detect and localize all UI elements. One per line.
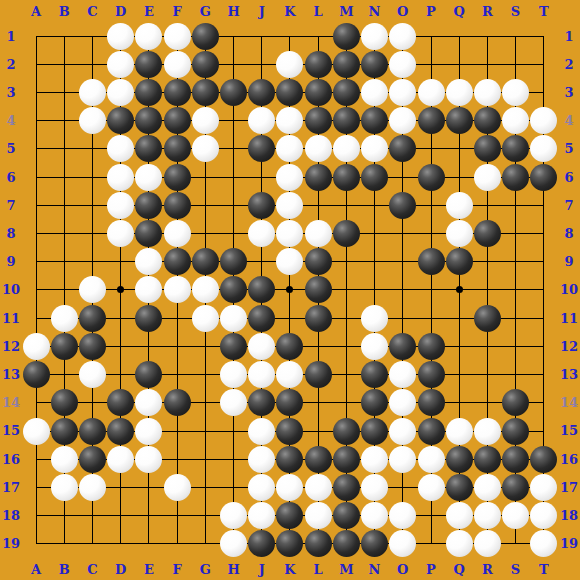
intersection-T14[interactable] [530, 389, 558, 417]
intersection-A18[interactable] [22, 502, 50, 530]
intersection-E17[interactable] [135, 473, 163, 501]
intersection-N15[interactable] [361, 417, 389, 445]
intersection-B13[interactable] [50, 361, 78, 389]
intersection-S18[interactable] [502, 502, 530, 530]
intersection-P13[interactable] [417, 361, 445, 389]
intersection-N6[interactable] [361, 163, 389, 191]
intersection-B14[interactable] [50, 389, 78, 417]
intersection-T8[interactable] [530, 219, 558, 247]
intersection-M11[interactable] [332, 304, 360, 332]
intersection-M16[interactable] [332, 445, 360, 473]
intersection-J3[interactable] [248, 78, 276, 106]
intersection-K8[interactable] [276, 219, 304, 247]
intersection-R17[interactable] [473, 473, 501, 501]
intersection-T9[interactable] [530, 248, 558, 276]
intersection-R8[interactable] [473, 219, 501, 247]
intersection-R11[interactable] [473, 304, 501, 332]
intersection-S6[interactable] [502, 163, 530, 191]
intersection-E5[interactable] [135, 135, 163, 163]
intersection-T5[interactable] [530, 135, 558, 163]
intersection-B6[interactable] [50, 163, 78, 191]
intersection-S8[interactable] [502, 219, 530, 247]
intersection-M12[interactable] [332, 332, 360, 360]
intersection-D18[interactable] [107, 502, 135, 530]
intersection-E10[interactable] [135, 276, 163, 304]
intersection-P2[interactable] [417, 50, 445, 78]
intersection-L12[interactable] [304, 332, 332, 360]
intersection-H5[interactable] [219, 135, 247, 163]
intersection-P17[interactable] [417, 473, 445, 501]
intersection-E16[interactable] [135, 445, 163, 473]
intersection-H14[interactable] [219, 389, 247, 417]
intersection-J19[interactable] [248, 530, 276, 558]
intersection-M2[interactable] [332, 50, 360, 78]
intersection-D13[interactable] [107, 361, 135, 389]
intersection-O13[interactable] [389, 361, 417, 389]
intersection-E11[interactable] [135, 304, 163, 332]
intersection-H2[interactable] [219, 50, 247, 78]
intersection-R6[interactable] [473, 163, 501, 191]
intersection-F6[interactable] [163, 163, 191, 191]
intersection-S4[interactable] [502, 107, 530, 135]
intersection-R16[interactable] [473, 445, 501, 473]
intersection-G4[interactable] [191, 107, 219, 135]
intersection-A8[interactable] [22, 219, 50, 247]
intersection-K14[interactable] [276, 389, 304, 417]
intersection-M6[interactable] [332, 163, 360, 191]
intersection-Q11[interactable] [445, 304, 473, 332]
intersection-B15[interactable] [50, 417, 78, 445]
intersection-B1[interactable] [50, 22, 78, 50]
intersection-H19[interactable] [219, 530, 247, 558]
intersection-R5[interactable] [473, 135, 501, 163]
intersection-D5[interactable] [107, 135, 135, 163]
intersection-G14[interactable] [191, 389, 219, 417]
intersection-S10[interactable] [502, 276, 530, 304]
intersection-O2[interactable] [389, 50, 417, 78]
intersection-H18[interactable] [219, 502, 247, 530]
intersection-L8[interactable] [304, 219, 332, 247]
intersection-C7[interactable] [78, 191, 106, 219]
intersection-D10[interactable] [107, 276, 135, 304]
intersection-D11[interactable] [107, 304, 135, 332]
intersection-C10[interactable] [78, 276, 106, 304]
intersection-C3[interactable] [78, 78, 106, 106]
intersection-G19[interactable] [191, 530, 219, 558]
intersection-S11[interactable] [502, 304, 530, 332]
intersection-F5[interactable] [163, 135, 191, 163]
intersection-R2[interactable] [473, 50, 501, 78]
intersection-D12[interactable] [107, 332, 135, 360]
intersection-M4[interactable] [332, 107, 360, 135]
intersection-B17[interactable] [50, 473, 78, 501]
intersection-T19[interactable] [530, 530, 558, 558]
intersection-G12[interactable] [191, 332, 219, 360]
intersection-R4[interactable] [473, 107, 501, 135]
intersection-Q19[interactable] [445, 530, 473, 558]
intersection-N19[interactable] [361, 530, 389, 558]
intersection-P10[interactable] [417, 276, 445, 304]
intersection-S15[interactable] [502, 417, 530, 445]
intersection-Q17[interactable] [445, 473, 473, 501]
intersection-K15[interactable] [276, 417, 304, 445]
intersection-E1[interactable] [135, 22, 163, 50]
intersection-L19[interactable] [304, 530, 332, 558]
intersection-B11[interactable] [50, 304, 78, 332]
intersection-B5[interactable] [50, 135, 78, 163]
intersection-O14[interactable] [389, 389, 417, 417]
intersection-H7[interactable] [219, 191, 247, 219]
intersection-P14[interactable] [417, 389, 445, 417]
intersection-A17[interactable] [22, 473, 50, 501]
intersection-A4[interactable] [22, 107, 50, 135]
intersection-M1[interactable] [332, 22, 360, 50]
intersection-N1[interactable] [361, 22, 389, 50]
intersection-C17[interactable] [78, 473, 106, 501]
intersection-Q4[interactable] [445, 107, 473, 135]
intersection-R9[interactable] [473, 248, 501, 276]
intersection-Q12[interactable] [445, 332, 473, 360]
intersection-Q3[interactable] [445, 78, 473, 106]
intersection-B12[interactable] [50, 332, 78, 360]
intersection-K1[interactable] [276, 22, 304, 50]
intersection-M18[interactable] [332, 502, 360, 530]
intersection-M14[interactable] [332, 389, 360, 417]
intersection-Q8[interactable] [445, 219, 473, 247]
intersection-H1[interactable] [219, 22, 247, 50]
intersection-S17[interactable] [502, 473, 530, 501]
intersection-L16[interactable] [304, 445, 332, 473]
intersection-J13[interactable] [248, 361, 276, 389]
intersection-D16[interactable] [107, 445, 135, 473]
intersection-P19[interactable] [417, 530, 445, 558]
intersection-R7[interactable] [473, 191, 501, 219]
intersection-P3[interactable] [417, 78, 445, 106]
intersection-J16[interactable] [248, 445, 276, 473]
intersection-A15[interactable] [22, 417, 50, 445]
intersection-E6[interactable] [135, 163, 163, 191]
intersection-F17[interactable] [163, 473, 191, 501]
intersection-A10[interactable] [22, 276, 50, 304]
intersection-E15[interactable] [135, 417, 163, 445]
intersection-T3[interactable] [530, 78, 558, 106]
intersection-H11[interactable] [219, 304, 247, 332]
intersection-K12[interactable] [276, 332, 304, 360]
intersection-P7[interactable] [417, 191, 445, 219]
intersection-P15[interactable] [417, 417, 445, 445]
intersection-G6[interactable] [191, 163, 219, 191]
intersection-L9[interactable] [304, 248, 332, 276]
intersection-L5[interactable] [304, 135, 332, 163]
intersection-P8[interactable] [417, 219, 445, 247]
intersection-H6[interactable] [219, 163, 247, 191]
intersection-C4[interactable] [78, 107, 106, 135]
intersection-C13[interactable] [78, 361, 106, 389]
intersection-C2[interactable] [78, 50, 106, 78]
intersection-N7[interactable] [361, 191, 389, 219]
intersection-A13[interactable] [22, 361, 50, 389]
intersection-A3[interactable] [22, 78, 50, 106]
intersection-H17[interactable] [219, 473, 247, 501]
intersection-H8[interactable] [219, 219, 247, 247]
intersection-Q13[interactable] [445, 361, 473, 389]
intersection-O5[interactable] [389, 135, 417, 163]
intersection-D15[interactable] [107, 417, 135, 445]
intersection-B8[interactable] [50, 219, 78, 247]
intersection-L6[interactable] [304, 163, 332, 191]
intersection-J14[interactable] [248, 389, 276, 417]
intersection-G8[interactable] [191, 219, 219, 247]
intersection-L18[interactable] [304, 502, 332, 530]
intersection-N13[interactable] [361, 361, 389, 389]
intersection-C12[interactable] [78, 332, 106, 360]
intersection-C5[interactable] [78, 135, 106, 163]
intersection-T4[interactable] [530, 107, 558, 135]
intersection-M9[interactable] [332, 248, 360, 276]
intersection-T11[interactable] [530, 304, 558, 332]
intersection-R15[interactable] [473, 417, 501, 445]
intersection-K13[interactable] [276, 361, 304, 389]
intersection-L11[interactable] [304, 304, 332, 332]
intersection-N17[interactable] [361, 473, 389, 501]
intersection-L7[interactable] [304, 191, 332, 219]
intersection-H9[interactable] [219, 248, 247, 276]
intersection-E8[interactable] [135, 219, 163, 247]
intersection-E3[interactable] [135, 78, 163, 106]
intersection-F1[interactable] [163, 22, 191, 50]
intersection-B10[interactable] [50, 276, 78, 304]
intersection-G9[interactable] [191, 248, 219, 276]
intersection-F18[interactable] [163, 502, 191, 530]
intersection-A11[interactable] [22, 304, 50, 332]
intersection-O17[interactable] [389, 473, 417, 501]
intersection-T13[interactable] [530, 361, 558, 389]
intersection-N9[interactable] [361, 248, 389, 276]
intersection-A7[interactable] [22, 191, 50, 219]
intersection-Q7[interactable] [445, 191, 473, 219]
intersection-M19[interactable] [332, 530, 360, 558]
intersection-G3[interactable] [191, 78, 219, 106]
intersection-S19[interactable] [502, 530, 530, 558]
intersection-N18[interactable] [361, 502, 389, 530]
intersection-O8[interactable] [389, 219, 417, 247]
intersection-P5[interactable] [417, 135, 445, 163]
intersection-F13[interactable] [163, 361, 191, 389]
intersection-F3[interactable] [163, 78, 191, 106]
intersection-Q15[interactable] [445, 417, 473, 445]
intersection-N4[interactable] [361, 107, 389, 135]
intersection-A14[interactable] [22, 389, 50, 417]
intersection-L2[interactable] [304, 50, 332, 78]
intersection-P1[interactable] [417, 22, 445, 50]
intersection-Q10[interactable] [445, 276, 473, 304]
intersection-S7[interactable] [502, 191, 530, 219]
intersection-N14[interactable] [361, 389, 389, 417]
intersection-T18[interactable] [530, 502, 558, 530]
intersection-Q9[interactable] [445, 248, 473, 276]
intersection-G1[interactable] [191, 22, 219, 50]
intersection-E14[interactable] [135, 389, 163, 417]
intersection-J6[interactable] [248, 163, 276, 191]
intersection-P9[interactable] [417, 248, 445, 276]
intersection-B18[interactable] [50, 502, 78, 530]
intersection-A2[interactable] [22, 50, 50, 78]
intersection-J2[interactable] [248, 50, 276, 78]
intersection-C1[interactable] [78, 22, 106, 50]
intersection-B9[interactable] [50, 248, 78, 276]
intersection-E7[interactable] [135, 191, 163, 219]
intersection-R3[interactable] [473, 78, 501, 106]
intersection-G18[interactable] [191, 502, 219, 530]
intersection-H13[interactable] [219, 361, 247, 389]
intersection-M3[interactable] [332, 78, 360, 106]
intersection-S9[interactable] [502, 248, 530, 276]
intersection-J8[interactable] [248, 219, 276, 247]
intersection-K10[interactable] [276, 276, 304, 304]
intersection-B4[interactable] [50, 107, 78, 135]
intersection-M5[interactable] [332, 135, 360, 163]
intersection-J5[interactable] [248, 135, 276, 163]
intersection-G5[interactable] [191, 135, 219, 163]
intersection-G2[interactable] [191, 50, 219, 78]
intersection-P11[interactable] [417, 304, 445, 332]
intersection-P18[interactable] [417, 502, 445, 530]
intersection-B19[interactable] [50, 530, 78, 558]
intersection-O12[interactable] [389, 332, 417, 360]
intersection-D9[interactable] [107, 248, 135, 276]
intersection-K18[interactable] [276, 502, 304, 530]
intersection-R19[interactable] [473, 530, 501, 558]
intersection-L1[interactable] [304, 22, 332, 50]
intersection-R13[interactable] [473, 361, 501, 389]
intersection-Q16[interactable] [445, 445, 473, 473]
intersection-F9[interactable] [163, 248, 191, 276]
intersection-F16[interactable] [163, 445, 191, 473]
intersection-F14[interactable] [163, 389, 191, 417]
intersection-J4[interactable] [248, 107, 276, 135]
intersection-L17[interactable] [304, 473, 332, 501]
intersection-J17[interactable] [248, 473, 276, 501]
intersection-T15[interactable] [530, 417, 558, 445]
intersection-L15[interactable] [304, 417, 332, 445]
intersection-K16[interactable] [276, 445, 304, 473]
intersection-K4[interactable] [276, 107, 304, 135]
intersection-F8[interactable] [163, 219, 191, 247]
intersection-C11[interactable] [78, 304, 106, 332]
intersection-T2[interactable] [530, 50, 558, 78]
intersection-S16[interactable] [502, 445, 530, 473]
intersection-G7[interactable] [191, 191, 219, 219]
intersection-T6[interactable] [530, 163, 558, 191]
intersection-P6[interactable] [417, 163, 445, 191]
intersection-R1[interactable] [473, 22, 501, 50]
intersection-A5[interactable] [22, 135, 50, 163]
intersection-D4[interactable] [107, 107, 135, 135]
intersection-C9[interactable] [78, 248, 106, 276]
intersection-M10[interactable] [332, 276, 360, 304]
intersection-K17[interactable] [276, 473, 304, 501]
intersection-D2[interactable] [107, 50, 135, 78]
intersection-G11[interactable] [191, 304, 219, 332]
intersection-T7[interactable] [530, 191, 558, 219]
intersection-M17[interactable] [332, 473, 360, 501]
intersection-T17[interactable] [530, 473, 558, 501]
intersection-J1[interactable] [248, 22, 276, 50]
intersection-D3[interactable] [107, 78, 135, 106]
intersection-N8[interactable] [361, 219, 389, 247]
intersection-E4[interactable] [135, 107, 163, 135]
intersection-J7[interactable] [248, 191, 276, 219]
intersection-O3[interactable] [389, 78, 417, 106]
intersection-P16[interactable] [417, 445, 445, 473]
intersection-D14[interactable] [107, 389, 135, 417]
intersection-O18[interactable] [389, 502, 417, 530]
intersection-N2[interactable] [361, 50, 389, 78]
intersection-C14[interactable] [78, 389, 106, 417]
intersection-K6[interactable] [276, 163, 304, 191]
intersection-K5[interactable] [276, 135, 304, 163]
intersection-O11[interactable] [389, 304, 417, 332]
intersection-D19[interactable] [107, 530, 135, 558]
intersection-O4[interactable] [389, 107, 417, 135]
intersection-P4[interactable] [417, 107, 445, 135]
intersection-O9[interactable] [389, 248, 417, 276]
intersection-J9[interactable] [248, 248, 276, 276]
intersection-C16[interactable] [78, 445, 106, 473]
intersection-C6[interactable] [78, 163, 106, 191]
intersection-L4[interactable] [304, 107, 332, 135]
intersection-E9[interactable] [135, 248, 163, 276]
intersection-O6[interactable] [389, 163, 417, 191]
intersection-C18[interactable] [78, 502, 106, 530]
intersection-N10[interactable] [361, 276, 389, 304]
intersection-C19[interactable] [78, 530, 106, 558]
intersection-J15[interactable] [248, 417, 276, 445]
intersection-G16[interactable] [191, 445, 219, 473]
intersection-M15[interactable] [332, 417, 360, 445]
intersection-M7[interactable] [332, 191, 360, 219]
intersection-S12[interactable] [502, 332, 530, 360]
intersection-O1[interactable] [389, 22, 417, 50]
intersection-S5[interactable] [502, 135, 530, 163]
intersection-O15[interactable] [389, 417, 417, 445]
intersection-H15[interactable] [219, 417, 247, 445]
intersection-F15[interactable] [163, 417, 191, 445]
intersection-T12[interactable] [530, 332, 558, 360]
intersection-B7[interactable] [50, 191, 78, 219]
intersection-K2[interactable] [276, 50, 304, 78]
intersection-M8[interactable] [332, 219, 360, 247]
intersection-A1[interactable] [22, 22, 50, 50]
intersection-B3[interactable] [50, 78, 78, 106]
intersection-N3[interactable] [361, 78, 389, 106]
intersection-R14[interactable] [473, 389, 501, 417]
intersection-L10[interactable] [304, 276, 332, 304]
intersection-N12[interactable] [361, 332, 389, 360]
intersection-A16[interactable] [22, 445, 50, 473]
intersection-T16[interactable] [530, 445, 558, 473]
intersection-J12[interactable] [248, 332, 276, 360]
intersection-C8[interactable] [78, 219, 106, 247]
intersection-N16[interactable] [361, 445, 389, 473]
intersection-Q6[interactable] [445, 163, 473, 191]
intersection-K11[interactable] [276, 304, 304, 332]
intersection-C15[interactable] [78, 417, 106, 445]
intersection-Q14[interactable] [445, 389, 473, 417]
intersection-G15[interactable] [191, 417, 219, 445]
intersection-H3[interactable] [219, 78, 247, 106]
intersection-T10[interactable] [530, 276, 558, 304]
